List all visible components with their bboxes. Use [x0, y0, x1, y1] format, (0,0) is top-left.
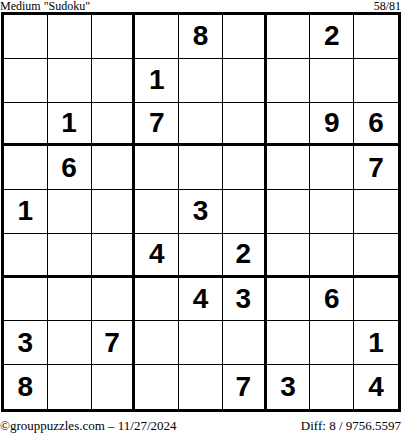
cell-r7c6[interactable]: 3 [223, 278, 267, 322]
cell-r7c3[interactable] [92, 278, 136, 322]
cell-r3c3[interactable] [92, 103, 136, 147]
cell-r5c8[interactable] [310, 190, 354, 234]
cell-r2c1[interactable] [4, 59, 48, 103]
cell-r8c6[interactable] [223, 321, 267, 365]
cell-r2c4[interactable]: 1 [135, 59, 179, 103]
cell-r4c6[interactable] [223, 146, 267, 190]
cell-r4c4[interactable] [135, 146, 179, 190]
cell-r8c8[interactable] [310, 321, 354, 365]
cell-r7c2[interactable] [48, 278, 92, 322]
cell-r1c1[interactable] [4, 15, 48, 59]
cell-r6c1[interactable] [4, 234, 48, 278]
cell-r6c4[interactable]: 4 [135, 234, 179, 278]
header-bar: Medium "Sudoku" 58/81 [0, 0, 402, 12]
cell-r9c5[interactable] [179, 365, 223, 409]
cell-r2c5[interactable] [179, 59, 223, 103]
cell-r2c6[interactable] [223, 59, 267, 103]
cell-r1c2[interactable] [48, 15, 92, 59]
cell-r7c7[interactable] [267, 278, 311, 322]
cell-r5c6[interactable] [223, 190, 267, 234]
cell-r2c7[interactable] [267, 59, 311, 103]
cell-r9c1[interactable]: 8 [4, 365, 48, 409]
cell-r5c4[interactable] [135, 190, 179, 234]
cell-r4c3[interactable] [92, 146, 136, 190]
cell-r6c5[interactable] [179, 234, 223, 278]
cell-r5c3[interactable] [92, 190, 136, 234]
cell-r6c6[interactable]: 2 [223, 234, 267, 278]
cell-r5c5[interactable]: 3 [179, 190, 223, 234]
cell-r3c1[interactable] [4, 103, 48, 147]
cell-r5c7[interactable] [267, 190, 311, 234]
cell-r4c8[interactable] [310, 146, 354, 190]
cell-r1c6[interactable] [223, 15, 267, 59]
cell-r9c7[interactable]: 3 [267, 365, 311, 409]
cell-r4c1[interactable] [4, 146, 48, 190]
cell-r1c5[interactable]: 8 [179, 15, 223, 59]
cell-r7c5[interactable]: 4 [179, 278, 223, 322]
cell-r9c3[interactable] [92, 365, 136, 409]
cell-r8c2[interactable] [48, 321, 92, 365]
cell-r8c4[interactable] [135, 321, 179, 365]
cell-r3c4[interactable]: 7 [135, 103, 179, 147]
cell-r2c2[interactable] [48, 59, 92, 103]
cell-r2c3[interactable] [92, 59, 136, 103]
cell-r4c2[interactable]: 6 [48, 146, 92, 190]
sudoku-board: 82117966713424363718734 [1, 12, 401, 412]
cell-r8c3[interactable]: 7 [92, 321, 136, 365]
cell-r7c1[interactable] [4, 278, 48, 322]
cell-r9c8[interactable] [310, 365, 354, 409]
cell-r5c9[interactable] [354, 190, 398, 234]
footer-bar: ©grouppuzzles.com – 11/27/2024 Diff: 8 /… [0, 419, 402, 433]
cell-r9c6[interactable]: 7 [223, 365, 267, 409]
cell-r6c2[interactable] [48, 234, 92, 278]
cell-r6c7[interactable] [267, 234, 311, 278]
cell-r1c8[interactable]: 2 [310, 15, 354, 59]
cell-r3c8[interactable]: 9 [310, 103, 354, 147]
difficulty-rating: Diff: 8 / 9756.5597 [301, 419, 401, 433]
cell-r7c8[interactable]: 6 [310, 278, 354, 322]
cell-r8c7[interactable] [267, 321, 311, 365]
cell-r5c1[interactable]: 1 [4, 190, 48, 234]
cell-r9c4[interactable] [135, 365, 179, 409]
cell-r1c7[interactable] [267, 15, 311, 59]
cell-r3c7[interactable] [267, 103, 311, 147]
cell-r1c3[interactable] [92, 15, 136, 59]
cell-r3c6[interactable] [223, 103, 267, 147]
cell-r4c9[interactable]: 7 [354, 146, 398, 190]
cell-r8c1[interactable]: 3 [4, 321, 48, 365]
cell-r9c2[interactable] [48, 365, 92, 409]
cell-r7c9[interactable] [354, 278, 398, 322]
cell-r9c9[interactable]: 4 [354, 365, 398, 409]
copyright-date: ©grouppuzzles.com – 11/27/2024 [0, 419, 177, 433]
cell-r3c2[interactable]: 1 [48, 103, 92, 147]
cell-r8c9[interactable]: 1 [354, 321, 398, 365]
sudoku-page: Medium "Sudoku" 58/81 821179667134243637… [0, 0, 402, 437]
cell-r6c9[interactable] [354, 234, 398, 278]
cell-r4c5[interactable] [179, 146, 223, 190]
puzzle-title: Medium "Sudoku" [0, 0, 90, 12]
cell-r2c9[interactable] [354, 59, 398, 103]
cell-r6c3[interactable] [92, 234, 136, 278]
cell-r3c9[interactable]: 6 [354, 103, 398, 147]
cell-r2c8[interactable] [310, 59, 354, 103]
cell-r3c5[interactable] [179, 103, 223, 147]
cell-r1c9[interactable] [354, 15, 398, 59]
cell-r4c7[interactable] [267, 146, 311, 190]
cell-r1c4[interactable] [135, 15, 179, 59]
cell-r6c8[interactable] [310, 234, 354, 278]
cell-r7c4[interactable] [135, 278, 179, 322]
cell-r5c2[interactable] [48, 190, 92, 234]
cell-r8c5[interactable] [179, 321, 223, 365]
cells-remaining-counter: 58/81 [374, 0, 401, 12]
